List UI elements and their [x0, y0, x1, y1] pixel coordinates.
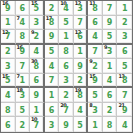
- cell-r6c7[interactable]: 159: [88, 74, 103, 89]
- cell-r2c8[interactable]: 9: [103, 16, 118, 31]
- cell-digit: 1: [20, 77, 26, 85]
- cell-digit: 6: [92, 19, 98, 27]
- cell-r3c7[interactable]: 4: [88, 30, 103, 45]
- cell-digit: 5: [77, 122, 83, 130]
- cell-r5c9[interactable]: 5: [117, 59, 132, 74]
- cell-r5c5[interactable]: 6: [59, 59, 74, 74]
- cell-digit: 9: [5, 5, 11, 13]
- cell-digit: 4: [20, 19, 26, 27]
- cell-digit: 1: [49, 92, 55, 100]
- cell-r7c9[interactable]: 7: [117, 88, 132, 103]
- cell-digit: 4: [107, 77, 113, 85]
- cell-r7c5[interactable]: 2: [59, 88, 74, 103]
- cell-r1c2[interactable]: 6: [16, 1, 31, 16]
- cell-r1c4[interactable]: 2: [45, 1, 60, 16]
- cell-r9c6[interactable]: 5: [74, 117, 89, 132]
- cell-digit: 2: [5, 48, 11, 56]
- cell-r9c9[interactable]: 4: [117, 117, 132, 132]
- cell-digit: 3: [122, 33, 128, 41]
- cell-digit: 9: [122, 107, 128, 115]
- cell-digit: 2: [63, 92, 69, 100]
- cell-digit: 4: [63, 5, 69, 13]
- cell-r1c3[interactable]: 155: [30, 1, 45, 16]
- cell-digit: 9: [63, 122, 69, 130]
- cell-r9c5[interactable]: 9: [59, 117, 74, 132]
- cell-digit: 8: [49, 19, 55, 27]
- cell-r1c5[interactable]: 104: [59, 1, 74, 16]
- cell-digit: 5: [49, 48, 55, 56]
- cell-digit: 2: [20, 122, 26, 130]
- cell-digit: 7: [5, 33, 11, 41]
- cell-digit: 8: [77, 92, 83, 100]
- cell-r8c9[interactable]: 219: [117, 103, 132, 118]
- cell-digit: 3: [5, 63, 11, 71]
- cell-digit: 7: [77, 19, 83, 27]
- cell-digit: 2: [49, 5, 55, 13]
- cell-r5c3[interactable]: 308: [30, 59, 45, 74]
- cell-r9c1[interactable]: 6: [1, 117, 16, 132]
- cell-r8c7[interactable]: 83: [88, 103, 103, 118]
- cell-r7c1[interactable]: 4: [1, 88, 16, 103]
- cell-r9c3[interactable]: 107: [30, 117, 45, 132]
- cell-digit: 5: [92, 92, 98, 100]
- cell-digit: 1: [92, 122, 98, 130]
- cell-r7c4[interactable]: 1: [45, 88, 60, 103]
- cell-digit: 1: [107, 63, 113, 71]
- cell-digit: 2: [92, 63, 98, 71]
- cell-r6c3[interactable]: 6: [30, 74, 45, 89]
- cell-r4c6[interactable]: 1: [74, 45, 89, 60]
- cell-digit: 4: [5, 92, 11, 100]
- cell-digit: 5: [122, 63, 128, 71]
- cell-r2c2[interactable]: 74: [16, 16, 31, 31]
- cell-digit: 8: [5, 107, 11, 115]
- cell-r4c2[interactable]: 169: [16, 45, 31, 60]
- cell-digit: 8: [34, 63, 40, 71]
- cell-digit: 1: [34, 107, 40, 115]
- cell-r4c3[interactable]: 4: [30, 45, 45, 60]
- cell-r6c8[interactable]: 4: [103, 74, 118, 89]
- cell-digit: 6: [63, 63, 69, 71]
- cell-digit: 9: [34, 92, 40, 100]
- cell-r6c5[interactable]: 3: [59, 74, 74, 89]
- cell-digit: 7: [107, 5, 113, 13]
- cell-r5c1[interactable]: 3: [1, 59, 16, 74]
- cell-r8c2[interactable]: 5: [16, 103, 31, 118]
- cell-r6c4[interactable]: 7: [45, 74, 60, 89]
- cell-digit: 7: [34, 122, 40, 130]
- cell-digit: 2: [77, 77, 83, 85]
- cell-r4c5[interactable]: 8: [59, 45, 74, 60]
- cell-r9c7[interactable]: 1: [88, 117, 103, 132]
- cell-r8c6[interactable]: 4: [74, 103, 89, 118]
- cell-r1c8[interactable]: 7: [103, 1, 118, 16]
- cell-digit: 5: [20, 107, 26, 115]
- cell-digit: 3: [34, 19, 40, 27]
- cell-digit: 6: [107, 92, 113, 100]
- cell-r4c9[interactable]: 6: [117, 45, 132, 60]
- cell-r8c5[interactable]: 207: [59, 103, 74, 118]
- cell-r3c2[interactable]: 8: [16, 30, 31, 45]
- cell-r6c6[interactable]: 2: [74, 74, 89, 89]
- cell-r7c2[interactable]: 183: [16, 88, 31, 103]
- cell-r2c4[interactable]: 178: [45, 16, 60, 31]
- cell-r9c2[interactable]: 2: [16, 117, 31, 132]
- cell-digit: 7: [49, 77, 55, 85]
- cell-digit: 8: [107, 122, 113, 130]
- cell-digit: 4: [122, 122, 128, 130]
- cell-r3c1[interactable]: 127: [1, 30, 16, 45]
- cell-r5c6[interactable]: 9: [74, 59, 89, 74]
- cell-digit: 7: [92, 48, 98, 56]
- cell-digit: 8: [122, 77, 128, 85]
- cell-digit: 8: [63, 48, 69, 56]
- cell-digit: 6: [20, 5, 26, 13]
- cell-digit: 2: [34, 33, 40, 41]
- cell-r9c8[interactable]: 8: [103, 117, 118, 132]
- cell-r3c4[interactable]: 9: [45, 30, 60, 45]
- cell-r4c1[interactable]: 2: [1, 45, 16, 60]
- cell-r8c3[interactable]: 1: [30, 103, 45, 118]
- cell-digit: 6: [77, 33, 83, 41]
- cell-r8c1[interactable]: 8: [1, 103, 16, 118]
- cell-digit: 5: [63, 19, 69, 27]
- cell-r6c1[interactable]: 155: [1, 74, 16, 89]
- cell-digit: 9: [77, 63, 83, 71]
- cell-r1c6[interactable]: 123: [74, 1, 89, 16]
- cell-r7c6[interactable]: 198: [74, 88, 89, 103]
- cell-r1c7[interactable]: 118: [88, 1, 103, 16]
- cell-digit: 5: [34, 5, 40, 13]
- cell-digit: 6: [34, 77, 40, 85]
- cell-r5c8[interactable]: 1: [103, 59, 118, 74]
- cell-digit: 3: [92, 107, 98, 115]
- cell-digit: 7: [20, 63, 26, 71]
- cell-digit: 8: [92, 5, 98, 13]
- cell-r1c1[interactable]: 169: [1, 1, 16, 16]
- cell-r3c5[interactable]: 1: [59, 30, 74, 45]
- cell-digit: 5: [107, 33, 113, 41]
- cell-digit: 5: [5, 77, 11, 85]
- cell-digit: 3: [49, 122, 55, 130]
- cell-r9c4[interactable]: 3: [45, 117, 60, 132]
- cell-digit: 9: [20, 48, 26, 56]
- cell-r7c8[interactable]: 6: [103, 88, 118, 103]
- cell-digit: 1: [63, 33, 69, 41]
- cell-digit: 6: [122, 48, 128, 56]
- cell-digit: 7: [122, 92, 128, 100]
- cell-digit: 4: [77, 107, 83, 115]
- cell-digit: 9: [107, 19, 113, 27]
- cell-r5c7[interactable]: 92: [88, 59, 103, 74]
- cell-digit: 3: [63, 77, 69, 85]
- cell-digit: 9: [92, 77, 98, 85]
- cell-r7c3[interactable]: 9: [30, 88, 45, 103]
- cell-r6c9[interactable]: 138: [117, 74, 132, 89]
- cell-digit: 8: [20, 33, 26, 41]
- cell-digit: 1: [5, 19, 11, 27]
- cell-r7c7[interactable]: 5: [88, 88, 103, 103]
- cell-r8c8[interactable]: 2: [103, 103, 118, 118]
- cell-digit: 3: [20, 92, 26, 100]
- cell-digit: 2: [107, 107, 113, 115]
- cell-digit: 7: [63, 107, 69, 115]
- cell-r3c8[interactable]: 5: [103, 30, 118, 45]
- cell-r5c4[interactable]: 4: [45, 59, 60, 74]
- cell-digit: 3: [107, 48, 113, 56]
- cell-r4c8[interactable]: 93: [103, 45, 118, 60]
- cell-digit: 4: [49, 63, 55, 71]
- cell-r3c9[interactable]: 3: [117, 30, 132, 45]
- cell-digit: 2: [122, 19, 128, 27]
- cell-r3c3[interactable]: 92: [30, 30, 45, 45]
- cell-digit: 6: [49, 107, 55, 115]
- cell-r2c6[interactable]: 7: [74, 16, 89, 31]
- cell-r8c4[interactable]: 6: [45, 103, 60, 118]
- cell-digit: 4: [92, 33, 98, 41]
- cell-r5c2[interactable]: 7: [16, 59, 31, 74]
- cell-r2c3[interactable]: 3: [30, 16, 45, 31]
- cell-r4c4[interactable]: 5: [45, 45, 60, 60]
- cell-digit: 9: [49, 33, 55, 41]
- cell-digit: 4: [34, 48, 40, 56]
- cell-r2c7[interactable]: 6: [88, 16, 103, 31]
- cell-r2c9[interactable]: 2: [117, 16, 132, 31]
- cell-digit: 1: [122, 5, 128, 13]
- cell-r3c6[interactable]: 126: [74, 30, 89, 45]
- cell-digit: 3: [77, 5, 83, 13]
- cell-r2c1[interactable]: 1: [1, 16, 16, 31]
- cell-r4c7[interactable]: 7: [88, 45, 103, 60]
- killer-sudoku-board: 1696155210412311871174317857692127892911…: [0, 0, 133, 133]
- cell-r1c9[interactable]: 1: [117, 1, 132, 16]
- cell-r6c2[interactable]: 71: [16, 74, 31, 89]
- cell-r2c5[interactable]: 5: [59, 16, 74, 31]
- cell-digit: 1: [77, 48, 83, 56]
- cell-digit: 6: [5, 122, 11, 130]
